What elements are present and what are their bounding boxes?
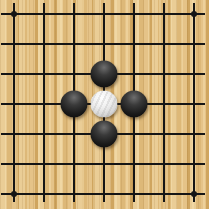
grid-line-vertical <box>193 3 195 202</box>
star-point <box>191 191 197 197</box>
stone-black[interactable] <box>120 91 147 118</box>
stone-black[interactable] <box>91 61 118 88</box>
grid-line-horizontal <box>1 193 205 195</box>
stone-black[interactable] <box>61 91 88 118</box>
grid-line-horizontal <box>1 163 205 165</box>
grid-line-vertical <box>163 3 165 202</box>
go-board[interactable] <box>0 0 209 209</box>
star-point <box>11 11 17 17</box>
stone-white[interactable] <box>91 91 118 118</box>
stone-black[interactable] <box>91 120 118 147</box>
star-point <box>191 11 197 17</box>
star-point <box>11 191 17 197</box>
